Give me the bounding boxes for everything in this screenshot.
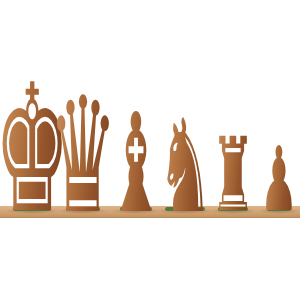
pieces-row: ♚♛♝♞♜♟ bbox=[0, 0, 300, 300]
chess-piece-pawn: ♟ bbox=[260, 135, 298, 224]
chess-piece-knight: ♞ bbox=[157, 102, 213, 231]
chess-pieces-photo: ♚♛♝♞♜♟ bbox=[0, 0, 300, 300]
chess-piece-rook: ♜ bbox=[211, 124, 255, 226]
